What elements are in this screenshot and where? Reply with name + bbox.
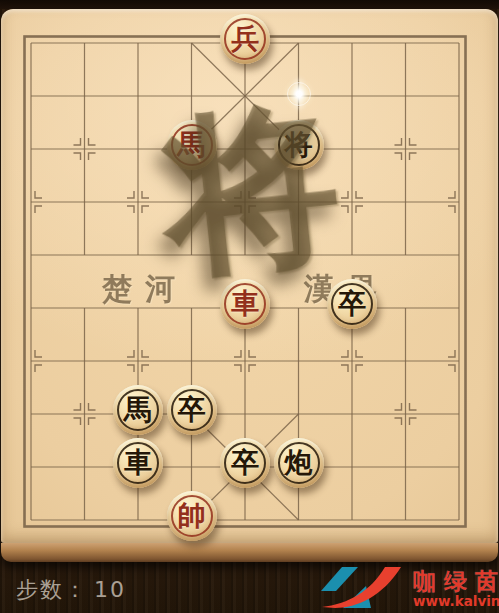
step-counter-label: 步数： xyxy=(16,577,88,602)
piece-red-horse[interactable]: 馬 xyxy=(167,120,217,170)
piece-black-cannon[interactable]: 炮 xyxy=(274,438,324,488)
site-watermark: 咖绿茵 www.kalvin.cn xyxy=(320,564,498,610)
piece-black-soldier[interactable]: 卒 xyxy=(167,385,217,435)
piece-red-chariot[interactable]: 車 xyxy=(220,279,270,329)
piece-character: 車 xyxy=(220,279,270,329)
piece-character: 卒 xyxy=(327,279,377,329)
piece-black-soldier[interactable]: 卒 xyxy=(327,279,377,329)
piece-character: 馬 xyxy=(113,385,163,435)
move-sparkle xyxy=(282,77,316,111)
piece-black-soldier[interactable]: 卒 xyxy=(220,438,270,488)
piece-character: 卒 xyxy=(220,438,270,488)
piece-character: 車 xyxy=(113,438,163,488)
piece-character: 馬 xyxy=(167,120,217,170)
screen: 楚河 漢界 兵馬将車卒馬卒車卒炮帥 将 步数：10 咖绿茵 www.kalvin… xyxy=(0,0,499,613)
piece-character: 卒 xyxy=(167,385,217,435)
step-counter-value: 10 xyxy=(94,577,126,602)
river-label-chu-he: 楚河 xyxy=(102,272,188,306)
piece-character: 帥 xyxy=(167,491,217,541)
piece-black-general[interactable]: 将 xyxy=(274,120,324,170)
piece-character: 兵 xyxy=(220,14,270,64)
piece-red-soldier[interactable]: 兵 xyxy=(220,14,270,64)
kalvin-logo-icon xyxy=(320,566,408,608)
piece-red-general[interactable]: 帥 xyxy=(167,491,217,541)
piece-character: 将 xyxy=(274,120,324,170)
brand-url: www.kalvin.cn xyxy=(413,593,498,609)
piece-black-chariot[interactable]: 車 xyxy=(113,438,163,488)
piece-character: 炮 xyxy=(274,438,324,488)
piece-black-horse[interactable]: 馬 xyxy=(113,385,163,435)
step-counter: 步数：10 xyxy=(16,575,126,605)
